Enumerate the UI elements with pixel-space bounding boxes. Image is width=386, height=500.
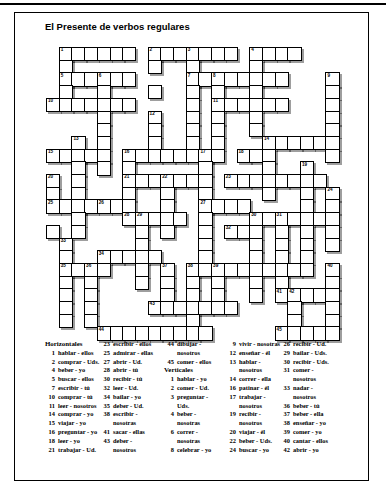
cell-number: 4: [251, 48, 254, 53]
clue-item: 13hablar -: [225, 358, 280, 367]
clue-item-text: correr -: [177, 428, 198, 437]
clue-item: 1hablar - ellos: [44, 349, 99, 358]
clue-item-number: 13: [225, 358, 236, 367]
cell-number: 27: [200, 201, 205, 206]
clue-item-text: enseñar - yo: [293, 419, 326, 428]
clue-item-text: bailar - Uds.: [293, 349, 327, 358]
clue-item-text: viajar - yo: [58, 419, 86, 428]
clue-item: 25admirar - ellas: [99, 349, 153, 358]
clue-item-number: 10: [44, 393, 55, 402]
cell-number: 22: [162, 175, 167, 180]
clue-item: 4beber - yo: [44, 366, 99, 375]
clue-item-number: 19: [225, 410, 236, 419]
cell-number: 23: [226, 175, 231, 180]
clue-item-text: trabajar - Ud.: [58, 446, 96, 455]
clue-item-number: 9: [225, 340, 236, 349]
clue-item-number: 2: [163, 384, 174, 393]
grid-cell[interactable]: [122, 72, 136, 86]
grid-cell[interactable]: [211, 149, 225, 163]
clue-item: nosotros: [225, 366, 280, 375]
clue-item-text: patinar - él: [239, 384, 269, 393]
cell-number: 17: [200, 150, 205, 155]
cell-number: 8: [213, 74, 216, 79]
clue-item-number: 5: [44, 375, 55, 384]
crossword-grid: 1234567891011121314151617181920212223242…: [46, 47, 339, 340]
grid-cell[interactable]: [97, 263, 111, 277]
clue-item-number: 8: [163, 446, 174, 455]
cell-number: 25: [48, 201, 53, 206]
clue-item-text: dibujar -: [177, 340, 201, 349]
clue-item-number: 4: [163, 410, 174, 419]
grid-cell[interactable]: [325, 326, 339, 340]
clue-item-text: beber - tú: [293, 402, 320, 411]
grid-cell[interactable]: [135, 276, 149, 290]
clue-item-text: cantar - ellos: [293, 437, 328, 446]
grid-cell[interactable]: [148, 85, 162, 99]
clue-item-number: 42: [279, 446, 290, 455]
cell-number: 9: [327, 74, 330, 79]
cell-number: 7: [188, 74, 191, 79]
clue-item: nosotros: [279, 375, 329, 384]
clue-item-number: 25: [99, 349, 110, 358]
grid-cell[interactable]: [173, 212, 187, 226]
clue-item: 31comer -: [279, 366, 329, 375]
clue-section-header: Horizontales: [45, 340, 99, 349]
cell-number: 24: [327, 188, 332, 193]
grid-cell[interactable]: [287, 47, 301, 61]
clue-item-number: 18: [44, 437, 55, 446]
clue-item-number: [163, 402, 174, 411]
clue-item-number: 1: [163, 375, 174, 384]
clue-item: 22beber - Uds.: [225, 437, 280, 446]
clue-item: 38escribir -: [99, 410, 153, 419]
clue-item-number: 30: [279, 358, 290, 367]
cell-number: 11: [213, 99, 218, 104]
clue-item-text: hablar -: [239, 358, 261, 367]
clue-item: 32leer - Ud.: [99, 384, 153, 393]
clue-item-text: abrir - tú: [113, 366, 138, 375]
clue-item-text: deber -: [113, 437, 132, 446]
clue-item-number: [225, 366, 236, 375]
clue-item-text: beber - ella: [293, 410, 323, 419]
clue-item-number: 20: [225, 428, 236, 437]
clue-item: 24buscar - yo: [225, 446, 280, 455]
clue-item-number: 26: [279, 340, 290, 349]
clue-item-number: 14: [225, 375, 236, 384]
cell-number: 6: [99, 74, 102, 79]
clue-item-text: nadar -: [293, 384, 313, 393]
clue-item-number: 34: [99, 393, 110, 402]
clue-item-text: leer - Ud.: [113, 384, 138, 393]
clue-item: 40cantar - ellos: [279, 437, 329, 446]
cell-number: 28: [124, 213, 129, 218]
clue-item-text: deber - Ud.: [113, 402, 144, 411]
cell-number: 20: [48, 175, 53, 180]
clue-item-text: preguntar -: [177, 393, 208, 402]
clue-item-number: [163, 437, 174, 446]
cell-number: 2: [150, 48, 153, 53]
clue-section-header: Verticales: [164, 366, 211, 375]
clue-item: 8celebrar - yo: [163, 446, 211, 455]
clue-item-number: 36: [279, 402, 290, 411]
cell-number: 42: [289, 290, 294, 295]
cell-number: 45: [277, 328, 282, 333]
clue-item: 45comer - ellos: [163, 358, 211, 367]
clue-item-text: correr - ella: [239, 375, 271, 384]
clue-item-text: viajar - él: [239, 428, 265, 437]
grid-cell[interactable]: [148, 60, 162, 74]
clue-item-text: escribir - tú: [58, 384, 90, 393]
clue-item: 14correr - ella: [225, 375, 280, 384]
grid-cell[interactable]: [224, 301, 238, 315]
clue-item-number: [225, 402, 236, 411]
clue-item-number: 24: [225, 446, 236, 455]
clue-column: 9vivir - nosotras12enseñar - él13hablar …: [225, 340, 280, 454]
cell-number: 14: [264, 137, 269, 142]
cell-number: 43: [150, 302, 155, 307]
clue-item: 12enseñar - él: [225, 349, 280, 358]
clue-item-text: nosotros: [177, 349, 200, 358]
clue-item-number: [163, 349, 174, 358]
clue-item: 16patinar - él: [225, 384, 280, 393]
clue-item-number: 32: [99, 384, 110, 393]
clue-item: 26recibir - Ud.: [279, 340, 329, 349]
clue-item-number: 45: [163, 358, 174, 367]
clue-item-number: 33: [279, 384, 290, 393]
clue-item: 21trabajar - Ud.: [44, 446, 99, 455]
clue-item: 30recibir - Uds.: [279, 358, 329, 367]
cell-number: 19: [302, 163, 307, 168]
grid-cell[interactable]: [198, 326, 212, 340]
grid-cell[interactable]: [122, 47, 136, 61]
clue-item-text: comer - yo: [293, 428, 322, 437]
clue-item: 28abrir - tú: [99, 366, 153, 375]
cell-number: 10: [48, 99, 53, 104]
clue-item-text: abrir - yo: [293, 446, 319, 455]
clue-item: nosotros: [163, 349, 211, 358]
clue-item: 44dibujar -: [163, 340, 211, 349]
grid-cell[interactable]: [160, 225, 174, 239]
clue-item: 2comprar - Uds.: [44, 358, 99, 367]
cell-number: 31: [277, 213, 282, 218]
cell-number: 26: [99, 201, 104, 206]
clue-item-text: nosotros: [239, 402, 262, 411]
clue-item-number: 40: [279, 437, 290, 446]
clue-item-number: 44: [163, 340, 174, 349]
clue-item-text: bailar - yo: [113, 393, 141, 402]
clue-item: nosotras: [163, 437, 211, 446]
clue-item-number: 37: [279, 410, 290, 419]
clue-item-text: enseñar - él: [239, 349, 270, 358]
clue-item-text: beber -: [177, 410, 196, 419]
clue-item: 43deber -: [99, 437, 153, 446]
page-title: El Presente de verbos regulares: [45, 21, 190, 32]
grid-cell[interactable]: [262, 187, 276, 201]
clue-item-number: 4: [44, 366, 55, 375]
clue-item-text: comprar - yo: [58, 410, 93, 419]
clue-item: 7escribir - tú: [44, 384, 99, 393]
clue-item-text: nosotros: [239, 419, 262, 428]
cell-number: 35: [61, 264, 66, 269]
clue-item-number: 15: [44, 419, 55, 428]
grid-cell[interactable]: [224, 47, 238, 61]
cell-number: 5: [61, 74, 64, 79]
clue-item-number: 7: [44, 384, 55, 393]
clue-item: 30recibir - tú: [99, 375, 153, 384]
clue-item-text: comer -: [293, 366, 314, 375]
clue-item-text: buscar - yo: [239, 446, 269, 455]
clue-item-text: preguntar - yo: [58, 428, 97, 437]
clue-item-text: comer - Ud.: [177, 384, 209, 393]
clue-item-text: leer - yo: [58, 437, 80, 446]
cell-number: 18: [239, 150, 244, 155]
clue-item-number: 17: [225, 393, 236, 402]
clue-item-text: nosotras: [177, 419, 200, 428]
clue-item-number: 38: [279, 419, 290, 428]
clue-item: 16preguntar - yo: [44, 428, 99, 437]
clue-item: 9vivir - nosotras: [225, 340, 280, 349]
clue-item-text: recibir - Ud.: [293, 340, 326, 349]
grid-cell[interactable]: [122, 98, 136, 112]
grid-cell[interactable]: [71, 225, 85, 239]
clue-item: 38enseñar - yo: [279, 419, 329, 428]
clue-item: 11leer - nosotros: [44, 402, 99, 411]
clue-item: 17trabajar -: [225, 393, 280, 402]
clue-item-number: [163, 419, 174, 428]
grid-cell[interactable]: [300, 263, 314, 277]
clue-item-number: 6: [163, 428, 174, 437]
clue-item-text: recibir -: [239, 410, 261, 419]
cell-number: 3: [188, 48, 191, 53]
clue-item-number: 41: [99, 428, 110, 437]
cell-number: 30: [251, 213, 256, 218]
clue-item: Uds.: [163, 402, 211, 411]
clue-item-number: 35: [99, 402, 110, 411]
clue-item-number: 16: [225, 384, 236, 393]
clue-item-number: [99, 419, 110, 428]
clue-item-text: comer - ellos: [177, 358, 211, 367]
cell-number: 16: [124, 150, 129, 155]
cell-number: 32: [226, 226, 231, 231]
clue-item: 6correr -: [163, 428, 211, 437]
clue-item-number: 29: [279, 349, 290, 358]
clue-item-text: admirar - ellas: [113, 349, 153, 358]
clue-item-text: Uds.: [177, 402, 189, 411]
clue-item-text: sacar - ellas: [113, 428, 145, 437]
clue-item-text: trabajar -: [239, 393, 266, 402]
cell-number: 41: [277, 290, 282, 295]
clue-item: nosotros: [99, 446, 153, 455]
clue-item: 27abrir - Ud.: [99, 358, 153, 367]
clue-column: 44dibujar -nosotros45comer - ellosVertic…: [163, 340, 211, 454]
clue-item-number: 3: [163, 393, 174, 402]
clue-item-text: nosotros: [293, 393, 316, 402]
clue-item-number: [99, 446, 110, 455]
clue-item: 10comprar - tú: [44, 393, 99, 402]
grid-cell[interactable]: [59, 314, 73, 328]
clue-item-text: beber - yo: [58, 366, 85, 375]
clue-item-text: celebrar - yo: [177, 446, 211, 455]
clue-item: 2comer - Ud.: [163, 384, 211, 393]
grid-cell[interactable]: [249, 288, 263, 302]
clue-item-number: 39: [279, 428, 290, 437]
clue-item-text: comprar - Uds.: [58, 358, 99, 367]
page-top-edge: [0, 3, 386, 5]
cell-number: 38: [188, 264, 193, 269]
clue-item-text: hablar - ellos: [58, 349, 93, 358]
clue-column: Horizontales1hablar - ellos2comprar - Ud…: [44, 340, 99, 454]
clue-item-number: 16: [44, 428, 55, 437]
cell-number: 33: [61, 239, 66, 244]
clue-item-text: leer - nosotros: [58, 402, 96, 411]
clue-item-number: 22: [225, 437, 236, 446]
grid-cell[interactable]: [325, 149, 339, 163]
cell-number: 13: [73, 137, 78, 142]
clue-item-number: 28: [99, 366, 110, 375]
clue-item-number: 11: [44, 402, 55, 411]
clue-item: nosotros: [225, 419, 280, 428]
clue-item-text: nosotros: [293, 375, 316, 384]
clue-item: 37beber - ella: [279, 410, 329, 419]
clue-item: nosotras: [163, 419, 211, 428]
clue-item: 34bailar - yo: [99, 393, 153, 402]
clue-item-text: hablar - yo: [177, 375, 207, 384]
cell-number: 40: [327, 264, 332, 269]
clue-item-text: escribir - ellos: [113, 340, 151, 349]
clue-item: 23escribir - ellos: [99, 340, 153, 349]
clue-item: 42abrir - yo: [279, 446, 329, 455]
clue-item: 39comer - yo: [279, 428, 329, 437]
clue-item-number: 21: [44, 446, 55, 455]
clue-item-number: 38: [99, 410, 110, 419]
clue-item-text: escribir -: [113, 410, 138, 419]
clue-item: 41sacar - ellas: [99, 428, 153, 437]
clue-item-number: [279, 375, 290, 384]
grid-cell[interactable]: [97, 161, 111, 175]
clue-item: 35deber - Ud.: [99, 402, 153, 411]
clue-item: 20viajar - él: [225, 428, 280, 437]
clue-item-text: abrir - Ud.: [113, 358, 142, 367]
cell-number: 1: [61, 48, 64, 53]
cell-number: 37: [162, 264, 167, 269]
clue-item-text: beber - Uds.: [239, 437, 272, 446]
clue-item-number: 43: [99, 437, 110, 446]
clue-item: 36beber - tú: [279, 402, 329, 411]
cell-number: 44: [99, 328, 104, 333]
cell-number: 29: [137, 213, 142, 218]
clue-item-number: 27: [99, 358, 110, 367]
clue-item-number: 31: [279, 366, 290, 375]
cell-number: 39: [213, 264, 218, 269]
clue-item-text: vivir - nosotras: [239, 340, 280, 349]
cell-number: 12: [150, 112, 155, 117]
cell-number: 15: [48, 150, 53, 155]
clue-item: nosotros: [225, 402, 280, 411]
clue-item-number: 12: [225, 349, 236, 358]
clue-item: 18leer - yo: [44, 437, 99, 446]
clue-item: 1hablar - yo: [163, 375, 211, 384]
clue-column: 26recibir - Ud.29bailar - Uds.30recibir …: [279, 340, 329, 454]
clue-item-number: 2: [44, 358, 55, 367]
grid-cell[interactable]: [275, 72, 289, 86]
clue-item: nosotras: [99, 419, 153, 428]
clue-item-number: 14: [44, 410, 55, 419]
clue-column: 23escribir - ellos25admirar - ellas27abr…: [99, 340, 153, 454]
clue-item: nosotros: [279, 393, 329, 402]
cell-number: 21: [124, 175, 129, 180]
clue-item-text: recibir - Uds.: [293, 358, 329, 367]
clue-item: 5buscar - ellos: [44, 375, 99, 384]
clue-item-number: [225, 419, 236, 428]
clue-item-number: 30: [99, 375, 110, 384]
clue-item-number: [279, 393, 290, 402]
grid-cell[interactable]: [325, 238, 339, 252]
worksheet-page: El Presente de verbos regulares 12345678…: [0, 0, 386, 500]
clue-item: 29bailar - Uds.: [279, 349, 329, 358]
clue-item-number: 1: [44, 349, 55, 358]
clue-item-number: 23: [99, 340, 110, 349]
clue-item-text: buscar - ellos: [58, 375, 94, 384]
clue-item-text: nosotros: [239, 366, 262, 375]
clue-item-text: comprar - tú: [58, 393, 93, 402]
clue-item: 15viajar - yo: [44, 419, 99, 428]
clue-item: 4beber -: [163, 410, 211, 419]
clue-item: 19recibir -: [225, 410, 280, 419]
clue-item-text: nosotros: [113, 446, 136, 455]
clue-item-text: nosotras: [177, 437, 200, 446]
clue-item-text: nosotras: [113, 419, 136, 428]
cell-number: 36: [86, 264, 91, 269]
cell-number: 34: [99, 252, 104, 257]
clue-item: 14comprar - yo: [44, 410, 99, 419]
clue-item: 33nadar -: [279, 384, 329, 393]
clue-item-text: recibir - tú: [113, 375, 142, 384]
clue-item: 3preguntar -: [163, 393, 211, 402]
grid-cell[interactable]: [275, 98, 289, 112]
